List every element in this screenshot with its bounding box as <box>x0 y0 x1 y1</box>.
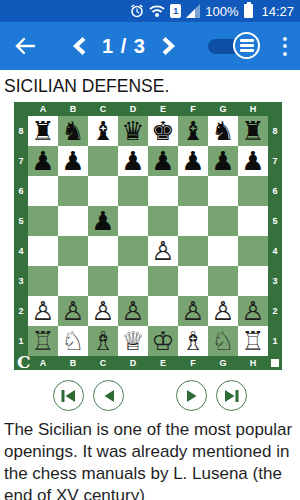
skip-to-end-icon <box>224 389 239 403</box>
square-g7[interactable]: ♟ <box>208 146 238 176</box>
coordinate-label: C <box>88 356 118 370</box>
square-d8[interactable]: ♛ <box>118 116 148 146</box>
square-a4[interactable] <box>28 236 58 266</box>
square-c3[interactable] <box>88 266 118 296</box>
chess-board: ABCDEFGH 87654321 ♜♞♝♛♚♝♞♜♟♟♟♟♟♟♟♟♙♙♙♙♙♙… <box>14 102 282 370</box>
white-piece: ♙ <box>178 296 208 326</box>
white-piece: ♗ <box>88 326 118 356</box>
coordinate-label: 2 <box>268 296 282 326</box>
coordinate-label: 4 <box>14 236 28 266</box>
square-h1[interactable]: ♖ <box>238 326 268 356</box>
white-piece: ♘ <box>58 326 88 356</box>
coordinate-label: 5 <box>268 206 282 236</box>
square-f4[interactable] <box>178 236 208 266</box>
nav-bar: 1 / 3 <box>0 22 300 70</box>
coordinate-label: 1 <box>268 326 282 356</box>
sim-card-icon: 1 <box>170 4 181 18</box>
square-c6[interactable] <box>88 176 118 206</box>
black-piece: ♟ <box>178 146 208 176</box>
coordinate-label: B <box>58 356 88 370</box>
coordinate-label: 8 <box>14 116 28 146</box>
overflow-menu-button[interactable] <box>280 34 290 59</box>
coordinate-label: 6 <box>14 176 28 206</box>
page-indicator: 1 / 3 <box>102 35 146 58</box>
white-piece: ♖ <box>238 326 268 356</box>
coordinate-label: F <box>178 102 208 116</box>
square-d1[interactable]: ♕ <box>118 326 148 356</box>
square-f8[interactable]: ♝ <box>178 116 208 146</box>
square-a8[interactable]: ♜ <box>28 116 58 146</box>
square-a7[interactable]: ♟ <box>28 146 58 176</box>
coordinate-label: B <box>58 102 88 116</box>
black-piece: ♟ <box>58 146 88 176</box>
move-controls <box>0 380 300 411</box>
black-piece: ♞ <box>58 116 88 146</box>
board-squares: ♜♞♝♛♚♝♞♜♟♟♟♟♟♟♟♟♙♙♙♙♙♙♙♙♖♘♗♕♔♗♘♖ <box>28 116 268 356</box>
coordinate-label: 7 <box>268 146 282 176</box>
coordinate-label: A <box>28 102 58 116</box>
square-c2[interactable]: ♙ <box>88 296 118 326</box>
square-e2[interactable] <box>148 296 178 326</box>
square-g8[interactable]: ♞ <box>208 116 238 146</box>
square-c7[interactable] <box>88 146 118 176</box>
black-piece: ♟ <box>118 146 148 176</box>
battery-percent: 100% <box>205 4 238 19</box>
step-back-icon <box>103 389 115 403</box>
black-piece: ♝ <box>88 116 118 146</box>
white-piece: ♙ <box>58 296 88 326</box>
back-arrow-icon <box>14 37 36 55</box>
status-bar: 1 100% 14:27 <box>0 0 300 22</box>
step-forward-icon <box>186 389 198 403</box>
last-move-button[interactable] <box>216 380 247 411</box>
square-c1[interactable]: ♗ <box>88 326 118 356</box>
square-d7[interactable]: ♟ <box>118 146 148 176</box>
square-b5[interactable] <box>58 206 88 236</box>
battery-icon <box>244 4 253 18</box>
square-b6[interactable] <box>58 176 88 206</box>
square-b3[interactable] <box>58 266 88 296</box>
previous-move-button[interactable] <box>93 380 124 411</box>
wifi-icon <box>149 4 165 18</box>
coordinate-label: F <box>178 356 208 370</box>
square-e4[interactable]: ♙ <box>148 236 178 266</box>
square-h5[interactable] <box>238 206 268 236</box>
white-piece: ♙ <box>148 236 178 266</box>
black-piece: ♟ <box>28 146 58 176</box>
white-piece: ♙ <box>238 296 268 326</box>
square-f6[interactable] <box>178 176 208 206</box>
app-screen: 1 100% 14:27 1 / 3 <box>0 0 300 500</box>
black-piece: ♛ <box>118 116 148 146</box>
white-piece: ♘ <box>208 326 238 356</box>
coordinate-label: H <box>238 102 268 116</box>
white-piece: ♙ <box>208 296 238 326</box>
coordinate-label: C <box>88 102 118 116</box>
square-b7[interactable]: ♟ <box>58 146 88 176</box>
white-piece: ♔ <box>148 326 178 356</box>
white-piece: ♖ <box>28 326 58 356</box>
coordinate-label: 8 <box>268 116 282 146</box>
coordinate-label: G <box>208 356 238 370</box>
coordinate-label: G <box>208 102 238 116</box>
black-piece: ♝ <box>178 116 208 146</box>
square-f5[interactable] <box>178 206 208 236</box>
square-h2[interactable]: ♙ <box>238 296 268 326</box>
coordinate-label: 2 <box>14 296 28 326</box>
square-a6[interactable] <box>28 176 58 206</box>
coordinate-label: A <box>28 356 58 370</box>
rank-labels-left: 87654321 <box>14 116 28 356</box>
coordinate-label: E <box>148 356 178 370</box>
black-piece: ♟ <box>88 206 118 236</box>
white-piece: ♙ <box>118 296 148 326</box>
file-labels-bottom: ABCDEFGH <box>28 356 268 370</box>
alarm-clock-icon <box>130 4 144 18</box>
square-h7[interactable]: ♟ <box>238 146 268 176</box>
square-b2[interactable]: ♙ <box>58 296 88 326</box>
square-h8[interactable]: ♜ <box>238 116 268 146</box>
board-lines-icon <box>233 32 260 59</box>
square-e6[interactable] <box>148 176 178 206</box>
square-h3[interactable] <box>238 266 268 296</box>
black-piece: ♜ <box>28 116 58 146</box>
black-piece: ♟ <box>208 146 238 176</box>
white-piece: ♙ <box>88 296 118 326</box>
square-g6[interactable] <box>208 176 238 206</box>
next-chapter-button[interactable] <box>158 34 178 58</box>
coordinate-label: H <box>238 356 268 370</box>
square-a2[interactable]: ♙ <box>28 296 58 326</box>
square-a1[interactable]: ♖ <box>28 326 58 356</box>
first-move-button[interactable] <box>53 380 84 411</box>
square-f2[interactable]: ♙ <box>178 296 208 326</box>
square-e8[interactable]: ♚ <box>148 116 178 146</box>
square-c4[interactable] <box>88 236 118 266</box>
coordinate-label: D <box>118 356 148 370</box>
white-piece: ♗ <box>178 326 208 356</box>
square-g3[interactable] <box>208 266 238 296</box>
cell-signal-icon <box>186 4 200 18</box>
square-e3[interactable] <box>148 266 178 296</box>
black-piece: ♟ <box>238 146 268 176</box>
square-h6[interactable] <box>238 176 268 206</box>
black-piece: ♟ <box>148 146 178 176</box>
square-a3[interactable] <box>28 266 58 296</box>
skip-to-start-icon <box>61 389 76 403</box>
square-d6[interactable] <box>118 176 148 206</box>
opening-description: The Sicilian is one of the most popular … <box>4 419 296 500</box>
chevron-left-icon <box>72 36 88 56</box>
chapter-pager: 1 / 3 <box>70 34 178 58</box>
coordinate-label: E <box>148 102 178 116</box>
square-e7[interactable]: ♟ <box>148 146 178 176</box>
square-b1[interactable]: ♘ <box>58 326 88 356</box>
square-b8[interactable]: ♞ <box>58 116 88 146</box>
square-f7[interactable]: ♟ <box>178 146 208 176</box>
coordinate-label: 3 <box>268 266 282 296</box>
next-move-button[interactable] <box>176 380 207 411</box>
square-d2[interactable]: ♙ <box>118 296 148 326</box>
square-f1[interactable]: ♗ <box>178 326 208 356</box>
file-labels-top: ABCDEFGH <box>28 102 268 116</box>
square-f3[interactable] <box>178 266 208 296</box>
square-h4[interactable] <box>238 236 268 266</box>
rank-labels-right: 87654321 <box>268 116 282 356</box>
coordinate-label: 6 <box>268 176 282 206</box>
white-piece: ♕ <box>118 326 148 356</box>
square-g5[interactable] <box>208 206 238 236</box>
chessking-logo: C <box>17 352 31 372</box>
square-e1[interactable]: ♔ <box>148 326 178 356</box>
square-c8[interactable]: ♝ <box>88 116 118 146</box>
square-a5[interactable] <box>28 206 58 236</box>
square-g4[interactable] <box>208 236 238 266</box>
board-view-toggle[interactable] <box>208 31 254 61</box>
square-g2[interactable]: ♙ <box>208 296 238 326</box>
coordinate-label: D <box>118 102 148 116</box>
white-piece: ♙ <box>28 296 58 326</box>
square-b4[interactable] <box>58 236 88 266</box>
black-piece: ♚ <box>148 116 178 146</box>
coordinate-label: 5 <box>14 206 28 236</box>
coordinate-label: 3 <box>14 266 28 296</box>
white-to-move-indicator <box>271 359 279 367</box>
coordinate-label: 4 <box>268 236 282 266</box>
chevron-right-icon <box>160 36 176 56</box>
square-e5[interactable] <box>148 206 178 236</box>
square-d5[interactable] <box>118 206 148 236</box>
black-piece: ♞ <box>208 116 238 146</box>
back-button[interactable] <box>10 33 40 59</box>
clock-text: 14:27 <box>261 4 294 19</box>
square-d3[interactable] <box>118 266 148 296</box>
square-g1[interactable]: ♘ <box>208 326 238 356</box>
black-piece: ♜ <box>238 116 268 146</box>
square-d4[interactable] <box>118 236 148 266</box>
coordinate-label: 7 <box>14 146 28 176</box>
prev-chapter-button[interactable] <box>70 34 90 58</box>
square-c5[interactable]: ♟ <box>88 206 118 236</box>
opening-title: SICILIAN DEFENSE. <box>4 76 300 97</box>
